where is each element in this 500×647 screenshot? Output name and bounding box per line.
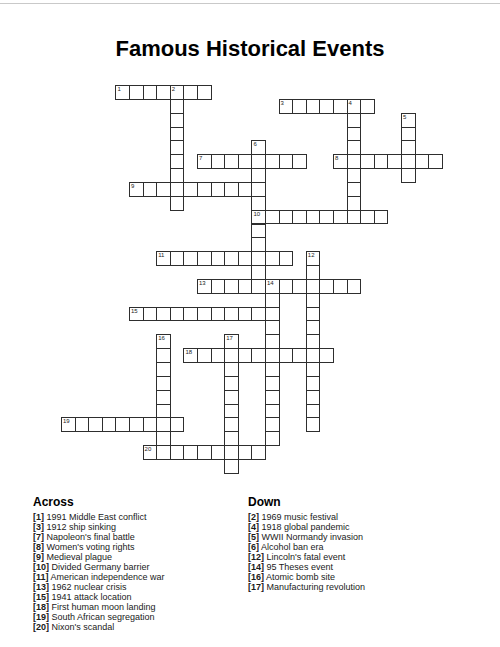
grid-cell[interactable] [211, 251, 226, 266]
grid-cell[interactable] [170, 182, 185, 197]
grid-cell[interactable] [143, 182, 158, 197]
clue-number: 7 [199, 155, 202, 161]
grid-cell[interactable] [224, 431, 239, 446]
grid-cell[interactable] [306, 293, 321, 308]
down-header: Down [248, 495, 463, 509]
grid-cell[interactable] [347, 196, 362, 211]
clue-number: 15 [131, 308, 138, 314]
clue-item: [18] First human moon landing [33, 602, 248, 612]
grid-cell[interactable]: 18 [183, 348, 198, 363]
grid-cell[interactable] [238, 279, 253, 294]
grid-cell[interactable] [292, 210, 307, 225]
grid-cell[interactable] [306, 320, 321, 335]
grid-cell[interactable] [224, 154, 239, 169]
grid-cell[interactable]: 16 [156, 334, 171, 349]
grid-cell[interactable] [265, 376, 280, 391]
grid-cell[interactable] [251, 307, 266, 322]
grid-cell[interactable] [251, 445, 266, 460]
grid-cell[interactable] [197, 307, 212, 322]
grid-cell[interactable] [265, 320, 280, 335]
grid-cell[interactable] [170, 307, 185, 322]
grid-cell[interactable] [251, 224, 266, 239]
grid-cell[interactable] [156, 182, 171, 197]
grid-cell[interactable] [183, 251, 198, 266]
grid-cell[interactable] [279, 251, 294, 266]
grid-cell[interactable] [265, 293, 280, 308]
grid-cell[interactable] [197, 251, 212, 266]
clue-item: [5] WWII Normandy invasion [248, 532, 463, 542]
grid-cell[interactable] [251, 265, 266, 280]
grid-cell[interactable] [170, 196, 185, 211]
clue-item-number: [3] [33, 522, 44, 532]
grid-cell[interactable] [265, 417, 280, 432]
grid-cell[interactable]: 14 [265, 279, 280, 294]
grid-cell[interactable] [374, 154, 389, 169]
grid-cell[interactable] [306, 404, 321, 419]
grid-cell[interactable] [347, 140, 362, 155]
grid-cell[interactable] [415, 154, 430, 169]
clue-item: [19] South African segregation [33, 612, 248, 622]
clue-item-number: [18] [33, 602, 49, 612]
grid-cell[interactable] [279, 154, 294, 169]
grid-cell[interactable] [319, 99, 334, 114]
grid-cell[interactable] [170, 251, 185, 266]
grid-cell[interactable] [170, 445, 185, 460]
grid-cell[interactable] [156, 307, 171, 322]
grid-cell[interactable] [265, 362, 280, 377]
grid-cell[interactable] [224, 459, 239, 474]
worksheet-page: Famous Historical Events 123478910111314… [0, 0, 500, 647]
grid-cell[interactable] [251, 237, 266, 252]
clue-item-number: [2] [248, 512, 259, 522]
clue-number: 2 [172, 86, 175, 92]
clue-item-number: [1] [33, 512, 44, 522]
grid-cell[interactable] [251, 182, 266, 197]
grid-cell[interactable] [265, 307, 280, 322]
across-clues-section: Across [1] 1991 Middle East conflict[3] … [33, 495, 248, 632]
grid-cell[interactable] [306, 390, 321, 405]
grid-cell[interactable] [347, 279, 362, 294]
clue-item-number: [9] [33, 552, 44, 562]
grid-cell[interactable] [306, 279, 321, 294]
clue-number: 14 [267, 280, 274, 286]
clue-item: [14] 95 Theses event [248, 562, 463, 572]
grid-cell[interactable] [156, 417, 171, 432]
puzzle-title: Famous Historical Events [0, 36, 500, 62]
grid-cell[interactable] [238, 445, 253, 460]
grid-cell[interactable] [156, 404, 171, 419]
down-clue-list: [2] 1969 music festival[4] 1918 global p… [248, 512, 463, 592]
grid-cell[interactable] [129, 417, 144, 432]
grid-cell[interactable] [211, 348, 226, 363]
clue-item: [12] Lincoln's fatal event [248, 552, 463, 562]
clue-item: [6] Alcohol ban era [248, 542, 463, 552]
clue-item-number: [5] [248, 532, 259, 542]
clue-number: 19 [63, 418, 70, 424]
across-header: Across [33, 495, 248, 509]
grid-cell[interactable]: 5 [401, 113, 416, 128]
clue-item: [9] Medieval plague [33, 552, 248, 562]
grid-cell[interactable] [224, 417, 239, 432]
grid-cell[interactable] [265, 334, 280, 349]
clue-item: [4] 1918 global pandemic [248, 522, 463, 532]
grid-cell[interactable]: 17 [224, 334, 239, 349]
grid-cell[interactable]: 11 [156, 251, 171, 266]
grid-cell[interactable] [170, 99, 185, 114]
grid-cell[interactable] [279, 348, 294, 363]
grid-cell[interactable] [170, 127, 185, 142]
grid-cell[interactable]: 12 [306, 251, 321, 266]
grid-cell[interactable] [197, 182, 212, 197]
grid-cell[interactable] [265, 390, 280, 405]
clue-item: [3] 1912 ship sinking [33, 522, 248, 532]
grid-cell[interactable] [319, 348, 334, 363]
grid-cell[interactable] [265, 251, 280, 266]
grid-cell[interactable] [265, 210, 280, 225]
grid-cell[interactable] [279, 210, 294, 225]
clue-item: [1] 1991 Middle East conflict [33, 512, 248, 522]
grid-cell[interactable] [306, 417, 321, 432]
grid-cell[interactable] [238, 182, 253, 197]
grid-cell[interactable] [183, 307, 198, 322]
grid-cell[interactable] [197, 85, 212, 100]
clue-item-number: [6] [248, 542, 259, 552]
grid-cell[interactable] [306, 99, 321, 114]
grid-cell[interactable] [156, 348, 171, 363]
grid-cell[interactable] [156, 390, 171, 405]
grid-cell[interactable]: 9 [129, 182, 144, 197]
grid-cell[interactable] [238, 348, 253, 363]
clue-item-number: [8] [33, 542, 44, 552]
grid-cell[interactable] [224, 348, 239, 363]
grid-cell[interactable] [129, 85, 144, 100]
grid-cell[interactable] [102, 417, 117, 432]
grid-cell[interactable] [170, 140, 185, 155]
grid-cell[interactable] [319, 210, 334, 225]
grid-cell[interactable] [347, 182, 362, 197]
grid-cell[interactable] [224, 307, 239, 322]
grid-cell[interactable] [292, 99, 307, 114]
grid-cell[interactable] [224, 390, 239, 405]
clue-item: [17] Manufacturing revolution [248, 582, 463, 592]
grid-cell[interactable] [251, 154, 266, 169]
clue-item: [7] Napoleon's final battle [33, 532, 248, 542]
clue-item-number: [7] [33, 532, 44, 542]
clue-number: 11 [158, 252, 164, 258]
clue-number: 13 [199, 280, 206, 286]
clue-item-number: [11] [33, 572, 49, 582]
grid-cell[interactable] [170, 113, 185, 128]
grid-cell[interactable] [360, 154, 375, 169]
clue-item-number: [17] [248, 582, 264, 592]
grid-cell[interactable] [156, 376, 171, 391]
grid-cell[interactable] [292, 154, 307, 169]
grid-cell[interactable] [360, 210, 375, 225]
clue-number: 10 [253, 211, 260, 217]
grid-cell[interactable] [211, 154, 226, 169]
grid-cell[interactable] [211, 307, 226, 322]
grid-cell[interactable] [306, 210, 321, 225]
grid-cell[interactable]: 8 [333, 154, 348, 169]
grid-cell[interactable] [251, 279, 266, 294]
grid-cell[interactable] [156, 445, 171, 460]
clue-number: 12 [308, 252, 315, 258]
clue-number: 8 [335, 155, 338, 161]
clue-number: 18 [185, 349, 192, 355]
grid-cell[interactable] [401, 168, 416, 183]
clue-item: [8] Women's voting rights [33, 542, 248, 552]
grid-cell[interactable] [333, 99, 348, 114]
grid-cell[interactable] [156, 431, 171, 446]
grid-cell[interactable] [347, 210, 362, 225]
grid-cell[interactable] [347, 127, 362, 142]
grid-cell[interactable]: 3 [279, 99, 294, 114]
grid-cell[interactable] [183, 445, 198, 460]
grid-cell[interactable] [170, 154, 185, 169]
grid-cell[interactable] [88, 417, 103, 432]
grid-cell[interactable] [75, 417, 90, 432]
grid-cell[interactable] [347, 168, 362, 183]
grid-cell[interactable] [143, 85, 158, 100]
grid-cell[interactable] [306, 348, 321, 363]
grid-cell[interactable] [197, 445, 212, 460]
grid-cell[interactable] [401, 140, 416, 155]
grid-cell[interactable] [183, 182, 198, 197]
grid-cell[interactable] [292, 348, 307, 363]
grid-cell[interactable] [251, 168, 266, 183]
grid-cell[interactable] [251, 251, 266, 266]
clue-number: 9 [131, 183, 134, 189]
grid-cell[interactable]: 4 [347, 99, 362, 114]
grid-cell[interactable] [306, 362, 321, 377]
clue-item-number: [14] [248, 562, 264, 572]
grid-cell[interactable]: 7 [197, 154, 212, 169]
grid-cell[interactable] [265, 431, 280, 446]
grid-cell[interactable] [306, 334, 321, 349]
grid-cell[interactable] [224, 251, 239, 266]
grid-cell[interactable] [251, 348, 266, 363]
clue-item: [13] 1962 nuclear crisis [33, 582, 248, 592]
grid-cell[interactable]: 1 [115, 85, 130, 100]
clue-number: 20 [145, 446, 152, 452]
grid-cell[interactable] [197, 348, 212, 363]
grid-cell[interactable] [333, 210, 348, 225]
grid-cell[interactable]: 19 [61, 417, 76, 432]
grid-cell[interactable] [401, 154, 416, 169]
clue-item: [16] Atomic bomb site [248, 572, 463, 582]
clue-number: 4 [349, 100, 352, 106]
grid-cell[interactable] [211, 182, 226, 197]
grid-cell[interactable] [265, 154, 280, 169]
grid-cell[interactable] [401, 127, 416, 142]
grid-cell[interactable] [251, 196, 266, 211]
grid-cell[interactable] [319, 279, 334, 294]
clue-number: 16 [158, 335, 165, 341]
grid-cell[interactable] [143, 307, 158, 322]
grid-cell[interactable] [224, 182, 239, 197]
grid-cell[interactable] [115, 417, 130, 432]
grid-cell[interactable] [170, 168, 185, 183]
clue-number: 6 [253, 141, 256, 147]
grid-cell[interactable] [156, 85, 171, 100]
grid-cell[interactable] [224, 404, 239, 419]
grid-cell[interactable] [224, 362, 239, 377]
clue-item-number: [13] [33, 582, 49, 592]
grid-cell[interactable] [265, 348, 280, 363]
down-clues-section: Down [2] 1969 music festival[4] 1918 glo… [248, 495, 463, 592]
grid-cell[interactable] [360, 99, 375, 114]
grid-cell[interactable] [224, 445, 239, 460]
clue-item-number: [12] [248, 552, 264, 562]
clue-item-number: [10] [33, 562, 49, 572]
grid-cell[interactable] [265, 404, 280, 419]
grid-cell[interactable]: 6 [251, 140, 266, 155]
clue-number: 17 [226, 335, 233, 341]
grid-cell[interactable]: 15 [129, 307, 144, 322]
grid-cell[interactable] [428, 154, 443, 169]
grid-cell[interactable] [224, 279, 239, 294]
across-clue-list: [1] 1991 Middle East conflict[3] 1912 sh… [33, 512, 248, 632]
clue-item: [2] 1969 music festival [248, 512, 463, 522]
clue-item: [15] 1941 attack location [33, 592, 248, 602]
grid-cell[interactable] [347, 154, 362, 169]
grid-cell[interactable] [238, 154, 253, 169]
clue-item-number: [15] [33, 592, 49, 602]
grid-cell[interactable] [211, 445, 226, 460]
grid-cell[interactable] [170, 417, 185, 432]
page-top-border [0, 3, 500, 4]
grid-cell[interactable] [183, 85, 198, 100]
grid-cell[interactable]: 13 [197, 279, 212, 294]
clue-number: 1 [117, 86, 120, 92]
grid-cell[interactable] [156, 362, 171, 377]
grid-cell[interactable] [347, 113, 362, 128]
clue-number: 5 [403, 114, 406, 120]
grid-cell[interactable] [306, 307, 321, 322]
grid-cell[interactable] [333, 279, 348, 294]
clue-item-number: [19] [33, 612, 49, 622]
grid-cell[interactable] [238, 307, 253, 322]
grid-cell[interactable] [374, 210, 389, 225]
clue-item: [10] Divided Germany barrier [33, 562, 248, 572]
clue-item: [20] Nixon's scandal [33, 622, 248, 632]
grid-cell[interactable] [211, 279, 226, 294]
clue-item-number: [16] [248, 572, 264, 582]
grid-cell[interactable] [387, 154, 402, 169]
grid-cell[interactable] [143, 417, 158, 432]
grid-cell[interactable] [306, 376, 321, 391]
grid-cell[interactable] [292, 279, 307, 294]
grid-cell[interactable]: 10 [251, 210, 266, 225]
grid-cell[interactable]: 20 [143, 445, 158, 460]
clue-item-number: [20] [33, 622, 49, 632]
grid-cell[interactable] [279, 279, 294, 294]
clue-item: [11] American independence war [33, 572, 248, 582]
grid-cell[interactable] [306, 265, 321, 280]
grid-cell[interactable] [224, 376, 239, 391]
grid-cell[interactable]: 2 [170, 85, 185, 100]
clue-item-number: [4] [248, 522, 259, 532]
clue-number: 3 [281, 100, 284, 106]
grid-cell[interactable] [238, 251, 253, 266]
